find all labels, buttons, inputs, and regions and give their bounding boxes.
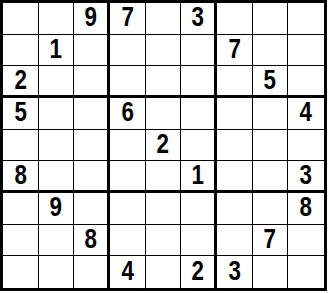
cell-r6c1: 8: [3, 161, 39, 193]
given-digit: 3: [228, 257, 240, 287]
cell-r7c7[interactable]: [217, 193, 253, 225]
cell-r6c4[interactable]: [110, 161, 146, 193]
given-digit: 4: [121, 257, 133, 287]
cell-r1c7[interactable]: [217, 3, 253, 35]
given-digit: 5: [14, 98, 26, 128]
sudoku-page: 973172556428139887423: [0, 0, 330, 293]
cell-r5c8[interactable]: [253, 130, 289, 162]
cell-r4c8[interactable]: [253, 98, 289, 130]
cell-r2c9[interactable]: [288, 35, 324, 67]
given-digit: 2: [14, 66, 26, 95]
cell-r6c7[interactable]: [217, 161, 253, 193]
sudoku-board: 973172556428139887423: [0, 0, 327, 291]
cell-r6c6: 1: [181, 161, 217, 193]
cell-r3c3[interactable]: [74, 66, 110, 98]
cell-r5c7[interactable]: [217, 130, 253, 162]
cell-r2c3[interactable]: [74, 35, 110, 67]
cell-r2c1[interactable]: [3, 35, 39, 67]
cell-r1c1[interactable]: [3, 3, 39, 35]
cell-r9c6: 2: [181, 256, 217, 288]
cell-r3c2[interactable]: [39, 66, 75, 98]
cell-r3c9[interactable]: [288, 66, 324, 98]
cell-r5c2[interactable]: [39, 130, 75, 162]
cell-r1c5[interactable]: [146, 3, 182, 35]
given-digit: 7: [121, 3, 133, 33]
cell-r7c1[interactable]: [3, 193, 39, 225]
cell-r8c1[interactable]: [3, 225, 39, 257]
cell-r7c6[interactable]: [181, 193, 217, 225]
given-digit: 9: [84, 3, 96, 33]
cell-r9c1[interactable]: [3, 256, 39, 288]
cell-r2c8[interactable]: [253, 35, 289, 67]
cell-r5c9[interactable]: [288, 130, 324, 162]
cell-r7c2: 9: [39, 193, 75, 225]
cell-r3c6[interactable]: [181, 66, 217, 98]
cell-r8c9[interactable]: [288, 225, 324, 257]
cell-r8c8: 7: [253, 225, 289, 257]
cell-r2c4[interactable]: [110, 35, 146, 67]
cell-r3c5[interactable]: [146, 66, 182, 98]
cell-r5c4[interactable]: [110, 130, 146, 162]
cell-r3c4[interactable]: [110, 66, 146, 98]
cell-r8c2[interactable]: [39, 225, 75, 257]
cell-r4c5[interactable]: [146, 98, 182, 130]
given-digit: 3: [191, 3, 203, 33]
given-digit: 7: [264, 225, 276, 255]
cell-r8c5[interactable]: [146, 225, 182, 257]
cell-r7c4[interactable]: [110, 193, 146, 225]
given-digit: 8: [300, 193, 312, 223]
given-digit: 6: [121, 98, 133, 128]
cell-r1c2[interactable]: [39, 3, 75, 35]
given-digit: 1: [191, 161, 203, 190]
cell-r8c4[interactable]: [110, 225, 146, 257]
cell-r5c3[interactable]: [74, 130, 110, 162]
given-digit: 2: [191, 257, 203, 287]
cell-r5c6[interactable]: [181, 130, 217, 162]
cell-r7c3[interactable]: [74, 193, 110, 225]
cell-r1c4: 7: [110, 3, 146, 35]
given-digit: 8: [14, 161, 26, 190]
given-digit: 1: [50, 35, 62, 65]
cell-r4c6[interactable]: [181, 98, 217, 130]
cell-r4c3[interactable]: [74, 98, 110, 130]
given-digit: 9: [50, 193, 62, 223]
given-digit: 5: [264, 66, 276, 95]
cell-r9c9[interactable]: [288, 256, 324, 288]
cell-r2c7: 7: [217, 35, 253, 67]
cell-r6c9: 3: [288, 161, 324, 193]
cell-r4c9: 4: [288, 98, 324, 130]
cell-r1c8[interactable]: [253, 3, 289, 35]
cell-r5c1[interactable]: [3, 130, 39, 162]
given-digit: 2: [157, 130, 169, 160]
given-digit: 7: [228, 35, 240, 65]
cell-r4c7[interactable]: [217, 98, 253, 130]
cell-r9c3[interactable]: [74, 256, 110, 288]
cell-r2c5[interactable]: [146, 35, 182, 67]
cell-r4c4: 6: [110, 98, 146, 130]
cell-r7c8[interactable]: [253, 193, 289, 225]
cell-r6c8[interactable]: [253, 161, 289, 193]
cell-r1c9[interactable]: [288, 3, 324, 35]
cell-r5c5: 2: [146, 130, 182, 162]
cell-r3c7[interactable]: [217, 66, 253, 98]
cell-r6c2[interactable]: [39, 161, 75, 193]
cell-r9c8[interactable]: [253, 256, 289, 288]
cell-r4c2[interactable]: [39, 98, 75, 130]
cell-r9c4: 4: [110, 256, 146, 288]
cell-r4c1: 5: [3, 98, 39, 130]
cell-r8c3: 8: [74, 225, 110, 257]
cell-r9c5[interactable]: [146, 256, 182, 288]
cell-r6c3[interactable]: [74, 161, 110, 193]
cell-r3c8: 5: [253, 66, 289, 98]
cell-r7c5[interactable]: [146, 193, 182, 225]
cell-r9c2[interactable]: [39, 256, 75, 288]
cell-r6c5[interactable]: [146, 161, 182, 193]
cell-r1c6: 3: [181, 3, 217, 35]
cell-r1c3: 9: [74, 3, 110, 35]
cell-r9c7: 3: [217, 256, 253, 288]
cell-r2c6[interactable]: [181, 35, 217, 67]
cell-r7c9: 8: [288, 193, 324, 225]
cell-r3c1: 2: [3, 66, 39, 98]
given-digit: 3: [300, 161, 312, 190]
cell-r8c6[interactable]: [181, 225, 217, 257]
cell-r2c2: 1: [39, 35, 75, 67]
given-digit: 4: [300, 98, 312, 128]
cell-r8c7[interactable]: [217, 225, 253, 257]
given-digit: 8: [84, 225, 96, 255]
